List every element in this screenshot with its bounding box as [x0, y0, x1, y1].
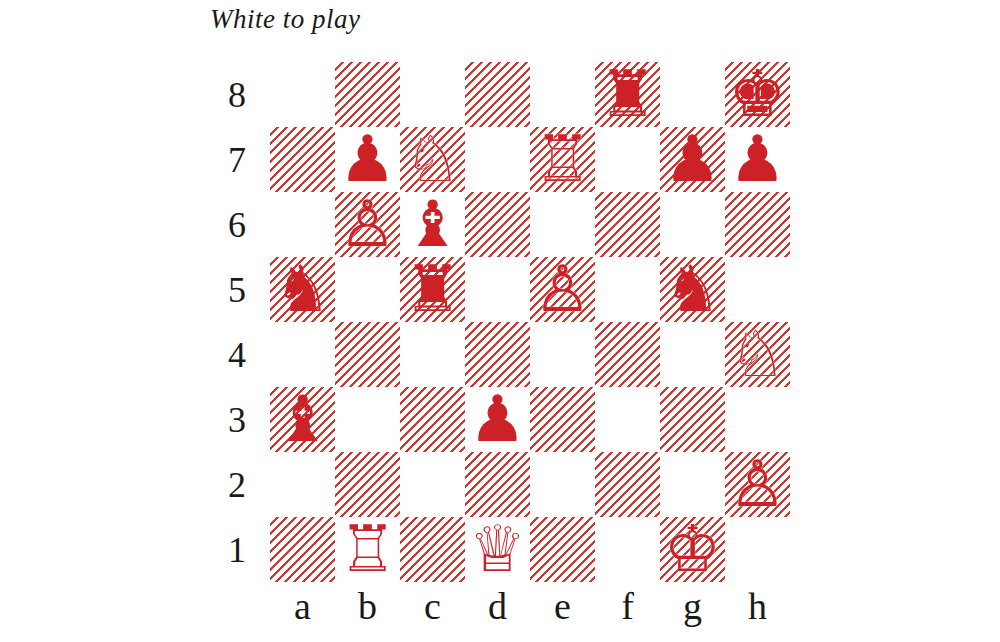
square-g2[interactable]	[660, 452, 725, 517]
file-label-e: e	[530, 584, 595, 638]
square-b6[interactable]: ♙	[335, 192, 400, 257]
rank-label-8: 8	[196, 62, 258, 127]
file-label-g: g	[660, 584, 725, 638]
square-h1[interactable]	[725, 517, 790, 582]
white-queen-d1[interactable]: ♕	[469, 517, 526, 582]
square-b4[interactable]	[335, 322, 400, 387]
rank-label-5: 5	[196, 257, 258, 322]
square-e8[interactable]	[530, 62, 595, 127]
file-label-h: h	[725, 584, 790, 638]
square-b1[interactable]: ♖	[335, 517, 400, 582]
square-a6[interactable]	[270, 192, 335, 257]
square-b3[interactable]	[335, 387, 400, 452]
chess-board: ♜♚♟♘♖♟♟♙♝♞♜♙♞♘♝♟♙♖♕♔	[270, 62, 790, 582]
square-e4[interactable]	[530, 322, 595, 387]
file-label-d: d	[465, 584, 530, 638]
square-g8[interactable]	[660, 62, 725, 127]
file-labels: abcdefgh	[270, 584, 790, 638]
rank-label-4: 4	[196, 322, 258, 387]
square-d3[interactable]: ♟	[465, 387, 530, 452]
square-d7[interactable]	[465, 127, 530, 192]
black-king-h8[interactable]: ♚	[729, 62, 786, 127]
square-h5[interactable]	[725, 257, 790, 322]
square-g5[interactable]: ♞	[660, 257, 725, 322]
chess-diagram-page: White to play 87654321 ♜♚♟♘♖♟♟♙♝♞♜♙♞♘♝♟♙…	[0, 0, 1000, 642]
file-label-f: f	[595, 584, 660, 638]
black-pawn-d3[interactable]: ♟	[469, 387, 526, 452]
rank-label-6: 6	[196, 192, 258, 257]
file-label-c: c	[400, 584, 465, 638]
square-h4[interactable]: ♘	[725, 322, 790, 387]
rank-label-2: 2	[196, 452, 258, 517]
square-f6[interactable]	[595, 192, 660, 257]
square-e7[interactable]: ♖	[530, 127, 595, 192]
black-bishop-a3[interactable]: ♝	[274, 387, 331, 452]
rank-labels: 87654321	[196, 62, 258, 582]
square-h8[interactable]: ♚	[725, 62, 790, 127]
square-a8[interactable]	[270, 62, 335, 127]
square-g6[interactable]	[660, 192, 725, 257]
square-c2[interactable]	[400, 452, 465, 517]
square-d5[interactable]	[465, 257, 530, 322]
square-h2[interactable]: ♙	[725, 452, 790, 517]
square-a7[interactable]	[270, 127, 335, 192]
square-c7[interactable]: ♘	[400, 127, 465, 192]
rank-label-1: 1	[196, 517, 258, 582]
white-pawn-h2[interactable]: ♙	[729, 452, 786, 517]
square-f4[interactable]	[595, 322, 660, 387]
square-f8[interactable]: ♜	[595, 62, 660, 127]
square-b8[interactable]	[335, 62, 400, 127]
square-g1[interactable]: ♔	[660, 517, 725, 582]
square-e2[interactable]	[530, 452, 595, 517]
white-knight-h4[interactable]: ♘	[729, 322, 786, 387]
black-pawn-b7[interactable]: ♟	[339, 127, 396, 192]
square-a1[interactable]	[270, 517, 335, 582]
square-c1[interactable]	[400, 517, 465, 582]
square-h3[interactable]	[725, 387, 790, 452]
square-h7[interactable]: ♟	[725, 127, 790, 192]
square-f3[interactable]	[595, 387, 660, 452]
diagram-caption: White to play	[210, 4, 360, 35]
white-rook-b1[interactable]: ♖	[339, 517, 396, 582]
square-b7[interactable]: ♟	[335, 127, 400, 192]
square-e1[interactable]	[530, 517, 595, 582]
square-g3[interactable]	[660, 387, 725, 452]
square-e5[interactable]: ♙	[530, 257, 595, 322]
square-e6[interactable]	[530, 192, 595, 257]
white-pawn-b6[interactable]: ♙	[339, 192, 396, 257]
black-knight-g5[interactable]: ♞	[664, 257, 721, 322]
white-rook-e7[interactable]: ♖	[534, 127, 591, 192]
black-rook-c5[interactable]: ♜	[404, 257, 461, 322]
square-c3[interactable]	[400, 387, 465, 452]
square-f2[interactable]	[595, 452, 660, 517]
black-pawn-g7[interactable]: ♟	[664, 127, 721, 192]
white-pawn-e5[interactable]: ♙	[534, 257, 591, 322]
square-a2[interactable]	[270, 452, 335, 517]
square-d8[interactable]	[465, 62, 530, 127]
file-label-a: a	[270, 584, 335, 638]
white-king-g1[interactable]: ♔	[664, 517, 721, 582]
square-c4[interactable]	[400, 322, 465, 387]
square-f1[interactable]	[595, 517, 660, 582]
square-b2[interactable]	[335, 452, 400, 517]
square-a4[interactable]	[270, 322, 335, 387]
square-c6[interactable]: ♝	[400, 192, 465, 257]
black-knight-a5[interactable]: ♞	[274, 257, 331, 322]
square-g4[interactable]	[660, 322, 725, 387]
square-g7[interactable]: ♟	[660, 127, 725, 192]
black-rook-f8[interactable]: ♜	[599, 62, 656, 127]
square-d1[interactable]: ♕	[465, 517, 530, 582]
white-knight-c7[interactable]: ♘	[404, 127, 461, 192]
square-d4[interactable]	[465, 322, 530, 387]
rank-label-7: 7	[196, 127, 258, 192]
square-e3[interactable]	[530, 387, 595, 452]
square-a3[interactable]: ♝	[270, 387, 335, 452]
black-pawn-h7[interactable]: ♟	[729, 127, 786, 192]
square-d2[interactable]	[465, 452, 530, 517]
square-f7[interactable]	[595, 127, 660, 192]
square-d6[interactable]	[465, 192, 530, 257]
square-c5[interactable]: ♜	[400, 257, 465, 322]
file-label-b: b	[335, 584, 400, 638]
square-c8[interactable]	[400, 62, 465, 127]
square-h6[interactable]	[725, 192, 790, 257]
square-f5[interactable]	[595, 257, 660, 322]
rank-label-3: 3	[196, 387, 258, 452]
square-b5[interactable]	[335, 257, 400, 322]
square-a5[interactable]: ♞	[270, 257, 335, 322]
black-bishop-c6[interactable]: ♝	[404, 192, 461, 257]
